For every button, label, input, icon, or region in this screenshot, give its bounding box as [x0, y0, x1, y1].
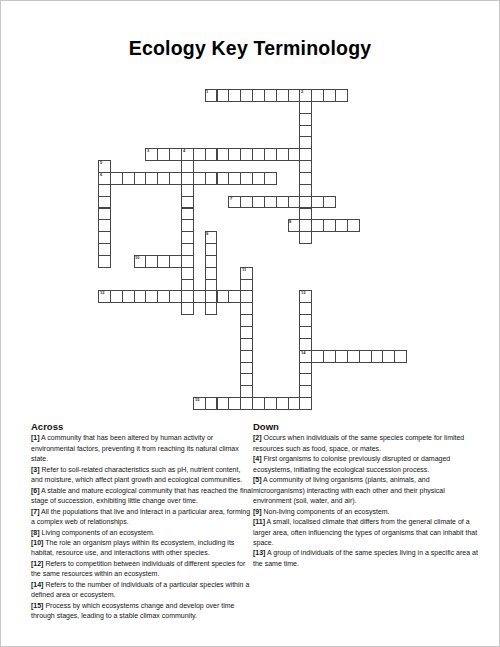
- clue-item-across-12: [12] Refers to competition between indiv…: [31, 559, 253, 580]
- clue-item-across-8: [8] Living components of an ecosystem.: [31, 528, 253, 538]
- page-title: Ecology Key Terminology: [1, 37, 499, 60]
- grid-cell[interactable]: [98, 255, 111, 268]
- clue-number: 6: [100, 173, 102, 177]
- clue-number: 8: [289, 220, 291, 224]
- clue-number: 13: [301, 291, 306, 295]
- clue-item-number: [13]: [253, 549, 265, 556]
- clue-number: 15: [195, 398, 200, 402]
- down-heading: Down: [253, 422, 481, 432]
- clue-number: 12: [100, 291, 105, 295]
- across-heading: Across: [31, 422, 253, 432]
- grid-cell[interactable]: [181, 302, 194, 315]
- clue-item-down-9: [9] Non-living components of an ecosyste…: [253, 507, 481, 517]
- clue-item-number: [12]: [31, 560, 43, 567]
- clue-number: 11: [242, 268, 246, 272]
- across-clue-list: [1] A community that has been altered by…: [31, 433, 253, 621]
- clue-item-number: [6]: [31, 487, 40, 494]
- grid-cell[interactable]: [335, 89, 348, 102]
- clue-item-down-5: [5] A community of living organisms (pla…: [253, 475, 481, 506]
- clue-item-number: [8]: [31, 529, 40, 536]
- grid-cell[interactable]: [264, 172, 277, 185]
- grid-cell[interactable]: [299, 397, 312, 410]
- clue-item-across-10: [10] The role an organism plays within i…: [31, 538, 253, 559]
- clue-number: 3: [147, 149, 149, 153]
- across-clues-section: Across [1] A community that has been alt…: [31, 422, 253, 622]
- clue-item-across-7: [7] All the populations that live and in…: [31, 507, 253, 528]
- clue-number: 14: [301, 351, 306, 355]
- down-clues-section: Down [2] Occurs when individuals of the …: [253, 422, 481, 569]
- clue-item-number: [7]: [31, 508, 40, 515]
- clue-number: 10: [135, 256, 140, 260]
- clue-number: 2: [301, 90, 303, 94]
- clue-item-down-2: [2] Occurs when individuals of the same …: [253, 433, 481, 454]
- clue-item-number: [4]: [253, 455, 262, 462]
- clue-item-across-6: [6] A stable and mature ecological commu…: [31, 486, 253, 507]
- clue-item-number: [14]: [31, 581, 43, 588]
- clue-item-across-3: [3] Refer to soil-related characteristic…: [31, 465, 253, 486]
- grid-cell[interactable]: [299, 231, 312, 244]
- clue-item-number: [11]: [253, 518, 265, 525]
- clue-item-across-1: [1] A community that has been altered by…: [31, 433, 253, 464]
- clue-item-down-11: [11] A small, localised climate that dif…: [253, 517, 481, 548]
- clue-item-down-13: [13] A group of individuals of the same …: [253, 548, 481, 569]
- clue-item-number: [9]: [253, 508, 262, 515]
- clue-item-number: [10]: [31, 539, 43, 546]
- grid-cell[interactable]: [347, 219, 360, 232]
- clue-item-number: [15]: [31, 602, 43, 609]
- clue-item-number: [1]: [31, 434, 40, 441]
- clue-item-number: [5]: [253, 476, 262, 483]
- clue-number: 9: [206, 232, 208, 236]
- clue-item-number: [2]: [253, 434, 262, 441]
- grid-cell[interactable]: [205, 302, 218, 315]
- clue-item-down-4: [4] First organisms to colonise previous…: [253, 454, 481, 475]
- worksheet-page: Ecology Key Terminology 1234567891011121…: [0, 0, 500, 647]
- clue-number: 4: [183, 149, 185, 153]
- clue-number: 7: [230, 197, 232, 201]
- clue-item-across-14: [14] Refers to the number of individuals…: [31, 580, 253, 601]
- clue-number: 1: [206, 90, 208, 94]
- grid-cell[interactable]: [394, 350, 407, 363]
- clue-item-number: [3]: [31, 466, 40, 473]
- grid-cell[interactable]: [323, 196, 336, 209]
- clue-number: 5: [100, 161, 102, 165]
- down-clue-list: [2] Occurs when individuals of the same …: [253, 433, 481, 569]
- clue-item-across-15: [15] Process by which ecosystems change …: [31, 601, 253, 622]
